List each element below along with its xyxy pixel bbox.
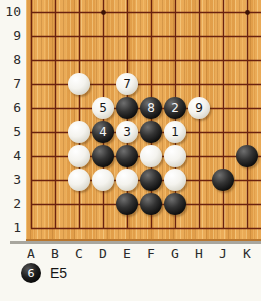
go-stone-black: 4 bbox=[92, 121, 114, 143]
go-stone-black bbox=[140, 169, 162, 191]
go-stone-white: 1 bbox=[164, 121, 186, 143]
go-stone-black bbox=[92, 145, 114, 167]
row-label: 6 bbox=[0, 100, 21, 116]
go-stone-black: 8 bbox=[140, 97, 162, 119]
row-label: 1 bbox=[0, 220, 21, 236]
go-board: 75829431 bbox=[26, 0, 261, 241]
go-stone-white bbox=[116, 169, 138, 191]
stone-move-number: 9 bbox=[195, 102, 203, 114]
go-stone-black bbox=[116, 97, 138, 119]
caption-text: E5 bbox=[50, 265, 67, 281]
go-stone-white bbox=[68, 169, 90, 191]
column-label: K bbox=[235, 246, 259, 262]
column-label: H bbox=[187, 246, 211, 262]
column-label: A bbox=[19, 246, 43, 262]
go-stone-white bbox=[68, 121, 90, 143]
go-stone-white: 3 bbox=[116, 121, 138, 143]
go-stone-black bbox=[212, 169, 234, 191]
column-label: D bbox=[91, 246, 115, 262]
row-label: 2 bbox=[0, 196, 21, 212]
move-caption: 6 E5 bbox=[21, 263, 67, 283]
row-label: 10 bbox=[0, 4, 21, 20]
row-label: 9 bbox=[0, 28, 21, 44]
go-stone-black bbox=[236, 145, 258, 167]
column-label: C bbox=[67, 246, 91, 262]
column-label: E bbox=[115, 246, 139, 262]
row-label: 5 bbox=[0, 124, 21, 140]
go-stone-white bbox=[164, 145, 186, 167]
column-label: F bbox=[139, 246, 163, 262]
stone-move-number: 5 bbox=[99, 102, 107, 114]
go-stone-white bbox=[164, 169, 186, 191]
go-stone-white bbox=[68, 145, 90, 167]
go-stone-white bbox=[140, 145, 162, 167]
go-stone-white bbox=[92, 169, 114, 191]
stone-move-number: 2 bbox=[171, 102, 179, 114]
column-label: G bbox=[163, 246, 187, 262]
go-stone-white: 5 bbox=[92, 97, 114, 119]
row-label: 8 bbox=[0, 52, 21, 68]
go-stone-black bbox=[140, 193, 162, 215]
go-stone-white: 7 bbox=[116, 73, 138, 95]
go-stone-black bbox=[164, 193, 186, 215]
caption-stone-number: 6 bbox=[28, 268, 35, 279]
stone-move-number: 1 bbox=[171, 126, 179, 138]
stone-move-number: 8 bbox=[147, 102, 155, 114]
column-label: J bbox=[211, 246, 235, 262]
row-label: 4 bbox=[0, 148, 21, 164]
go-stone-black bbox=[116, 193, 138, 215]
row-label: 3 bbox=[0, 172, 21, 188]
go-stone-black: 2 bbox=[164, 97, 186, 119]
row-label: 7 bbox=[0, 76, 21, 92]
go-stone-black bbox=[140, 121, 162, 143]
go-stone-white bbox=[68, 73, 90, 95]
go-stone-white: 9 bbox=[188, 97, 210, 119]
caption-stone-icon: 6 bbox=[21, 263, 41, 283]
stone-move-number: 7 bbox=[123, 78, 131, 90]
stone-move-number: 4 bbox=[99, 126, 107, 138]
go-diagram: 75829431 10987654321 ABCDEFGHJK 6 E5 bbox=[0, 0, 261, 301]
column-label: B bbox=[43, 246, 67, 262]
board-shadow bbox=[10, 241, 261, 244]
go-stone-black bbox=[116, 145, 138, 167]
stone-move-number: 3 bbox=[123, 126, 131, 138]
